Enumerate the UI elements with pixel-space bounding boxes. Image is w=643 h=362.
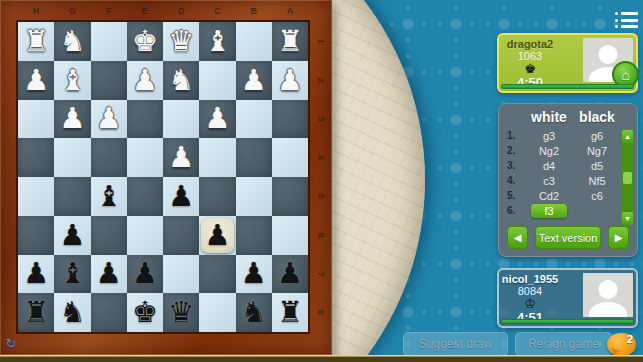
square-g5[interactable] bbox=[54, 177, 90, 216]
square-a8[interactable]: ♜ bbox=[272, 293, 308, 332]
square-h8[interactable]: ♜ bbox=[18, 293, 54, 332]
square-e7[interactable]: ♟ bbox=[127, 255, 163, 294]
white-knight: ♞ bbox=[168, 66, 194, 95]
black-knight: ♞ bbox=[241, 298, 267, 327]
move-number: 4. bbox=[499, 175, 525, 186]
square-g7[interactable]: ♝ bbox=[54, 255, 90, 294]
scrollbar-thumb[interactable] bbox=[623, 172, 632, 184]
square-b3[interactable] bbox=[236, 100, 272, 139]
square-b2[interactable]: ♟ bbox=[236, 61, 272, 100]
square-h3[interactable] bbox=[18, 100, 54, 139]
square-h7[interactable]: ♟ bbox=[18, 255, 54, 294]
square-e8[interactable]: ♚ bbox=[127, 293, 163, 332]
square-a1[interactable]: ♜ bbox=[272, 22, 308, 61]
square-a3[interactable] bbox=[272, 100, 308, 139]
white-king-icon: ♔ bbox=[524, 297, 536, 310]
file-label: B bbox=[236, 1, 272, 20]
move-black[interactable]: g6 bbox=[573, 130, 621, 142]
square-a7[interactable]: ♟ bbox=[272, 255, 308, 294]
square-b5[interactable] bbox=[236, 177, 272, 216]
file-label: F bbox=[91, 1, 127, 20]
move-row: 5.Cd2c6 bbox=[499, 188, 637, 203]
square-c8[interactable] bbox=[199, 293, 235, 332]
avatar bbox=[583, 273, 633, 317]
file-label: E bbox=[127, 1, 163, 20]
file-label: C bbox=[199, 1, 235, 20]
black-pawn: ♟ bbox=[204, 221, 230, 250]
move-list-scrollbar[interactable]: ▲ ▼ bbox=[622, 130, 633, 225]
square-d1[interactable]: ♛ bbox=[163, 22, 199, 61]
next-move-button[interactable]: ▶ bbox=[608, 226, 629, 249]
square-c2[interactable] bbox=[199, 61, 235, 100]
white-pawn: ♟ bbox=[241, 66, 267, 95]
square-f8[interactable] bbox=[91, 293, 127, 332]
avatar-head bbox=[599, 45, 618, 64]
move-white[interactable]: Cd2 bbox=[525, 190, 573, 202]
square-d6[interactable] bbox=[163, 216, 199, 255]
move-number: 1. bbox=[499, 130, 525, 141]
move-white[interactable]: Ng2 bbox=[525, 145, 573, 157]
white-pawn: ♟ bbox=[59, 104, 85, 133]
square-b4[interactable] bbox=[236, 138, 272, 177]
square-g8[interactable]: ♞ bbox=[54, 293, 90, 332]
move-number: 3. bbox=[499, 160, 525, 171]
move-black[interactable]: Nf5 bbox=[573, 175, 621, 187]
square-d2[interactable]: ♞ bbox=[163, 61, 199, 100]
square-c4[interactable] bbox=[199, 138, 235, 177]
square-e2[interactable]: ♟ bbox=[127, 61, 163, 100]
black-pawn: ♟ bbox=[277, 259, 303, 288]
menu-bar bbox=[615, 19, 638, 22]
square-e3[interactable] bbox=[127, 100, 163, 139]
move-white[interactable]: f3 bbox=[525, 204, 573, 218]
square-h5[interactable] bbox=[18, 177, 54, 216]
black-rook: ♜ bbox=[23, 298, 49, 327]
square-a4[interactable] bbox=[272, 138, 308, 177]
move-black[interactable]: Ng7 bbox=[573, 145, 621, 157]
move-list-header: white black bbox=[499, 109, 637, 125]
file-label: H bbox=[18, 1, 54, 20]
player-name: dragota2 bbox=[507, 38, 553, 50]
square-f4[interactable] bbox=[91, 138, 127, 177]
player-card-top: dragota2 1063 ♚ 4:50 ⌂ bbox=[497, 33, 638, 93]
text-version-button[interactable]: Text version bbox=[535, 226, 601, 249]
timer-bar bbox=[501, 84, 634, 89]
avatar-torso bbox=[589, 302, 627, 317]
square-c7[interactable] bbox=[199, 255, 235, 294]
chat-bubble-icon[interactable]: 2 bbox=[607, 333, 636, 356]
move-list-panel: white black 1.g3g62.Ng2Ng73.d4d54.c3Nf55… bbox=[498, 103, 638, 257]
black-pawn: ♟ bbox=[132, 259, 158, 288]
square-b1[interactable] bbox=[236, 22, 272, 61]
black-bishop: ♝ bbox=[59, 259, 85, 288]
square-d4[interactable]: ♟ bbox=[163, 138, 199, 177]
white-bishop: ♝ bbox=[204, 27, 230, 56]
square-f7[interactable]: ♟ bbox=[91, 255, 127, 294]
square-a5[interactable] bbox=[272, 177, 308, 216]
list-menu-icon[interactable] bbox=[615, 12, 638, 28]
square-h1[interactable]: ♜ bbox=[18, 22, 54, 61]
white-pawn: ♟ bbox=[132, 66, 158, 95]
resign-button[interactable]: Resign game bbox=[515, 332, 612, 356]
square-c6[interactable]: ♟ bbox=[199, 216, 235, 255]
player-card-bottom: nicol_1955 8084 ♔ 4:51 bbox=[497, 268, 638, 328]
square-c3[interactable]: ♟ bbox=[199, 100, 235, 139]
move-rows: 1.g3g62.Ng2Ng73.d4d54.c3Nf55.Cd2c66.f3 bbox=[499, 128, 637, 218]
white-pawn: ♟ bbox=[96, 104, 122, 133]
chess-board: HGFEDCBA 12345678 ♜♞♚♛♝♜♟♝♟♞♟♟♟♟♟♟♝♟♟♟♟♝… bbox=[0, 0, 332, 355]
square-f2[interactable] bbox=[91, 61, 127, 100]
prev-move-button[interactable]: ◀ bbox=[507, 226, 528, 249]
header-black: black bbox=[573, 109, 621, 125]
square-g2[interactable]: ♝ bbox=[54, 61, 90, 100]
file-label: A bbox=[272, 1, 308, 20]
black-bishop: ♝ bbox=[96, 182, 122, 211]
black-pawn: ♟ bbox=[241, 259, 267, 288]
square-e6[interactable] bbox=[127, 216, 163, 255]
white-pawn: ♟ bbox=[23, 66, 49, 95]
header-white: white bbox=[525, 109, 573, 125]
white-pawn: ♟ bbox=[204, 104, 230, 133]
square-g6[interactable]: ♟ bbox=[54, 216, 90, 255]
move-row: 1.g3g6 bbox=[499, 128, 637, 143]
move-row: 4.c3Nf5 bbox=[499, 173, 637, 188]
file-label: D bbox=[163, 1, 199, 20]
black-knight: ♞ bbox=[59, 298, 85, 327]
square-a2[interactable]: ♟ bbox=[272, 61, 308, 100]
square-c1[interactable]: ♝ bbox=[199, 22, 235, 61]
move-number: 2. bbox=[499, 145, 525, 156]
move-row: 6.f3 bbox=[499, 203, 637, 218]
square-f5[interactable]: ♝ bbox=[91, 177, 127, 216]
square-h6[interactable] bbox=[18, 216, 54, 255]
square-f6[interactable] bbox=[91, 216, 127, 255]
square-d5[interactable]: ♟ bbox=[163, 177, 199, 216]
timer-bar bbox=[501, 319, 634, 324]
black-pawn: ♟ bbox=[168, 182, 194, 211]
move-number: 5. bbox=[499, 190, 525, 201]
move-row: 3.d4d5 bbox=[499, 158, 637, 173]
square-d7[interactable] bbox=[163, 255, 199, 294]
move-navigation: ◀ Text version ▶ bbox=[507, 226, 629, 249]
move-white[interactable]: g3 bbox=[525, 130, 573, 142]
black-king-icon: ♚ bbox=[524, 62, 536, 75]
player-name: nicol_1955 bbox=[502, 273, 558, 285]
rank-labels: 12345678 bbox=[311, 22, 331, 332]
player-info: nicol_1955 8084 ♔ 4:51 bbox=[501, 272, 559, 317]
square-g4[interactable] bbox=[54, 138, 90, 177]
square-d8[interactable]: ♛ bbox=[163, 293, 199, 332]
square-c5[interactable] bbox=[199, 177, 235, 216]
scroll-down-icon[interactable]: ▼ bbox=[622, 212, 633, 225]
square-b8[interactable]: ♞ bbox=[236, 293, 272, 332]
white-knight: ♞ bbox=[59, 27, 85, 56]
player-info: dragota2 1063 ♚ 4:50 bbox=[501, 37, 559, 82]
move-number: 6. bbox=[499, 205, 525, 216]
square-e5[interactable] bbox=[127, 177, 163, 216]
current-move-chip[interactable]: f3 bbox=[531, 204, 566, 218]
board-squares: ♜♞♚♛♝♜♟♝♟♞♟♟♟♟♟♟♝♟♟♟♟♝♟♟♟♟♜♞♚♛♞♜ bbox=[16, 20, 310, 334]
square-h2[interactable]: ♟ bbox=[18, 61, 54, 100]
white-king: ♚ bbox=[132, 27, 158, 56]
black-pawn: ♟ bbox=[59, 221, 85, 250]
square-f3[interactable]: ♟ bbox=[91, 100, 127, 139]
white-queen: ♛ bbox=[168, 27, 194, 56]
black-rook: ♜ bbox=[277, 298, 303, 327]
menu-bar bbox=[615, 25, 638, 28]
flip-board-icon[interactable]: ↻ bbox=[3, 335, 19, 351]
square-g1[interactable]: ♞ bbox=[54, 22, 90, 61]
square-a6[interactable] bbox=[272, 216, 308, 255]
white-rook: ♜ bbox=[23, 27, 49, 56]
file-labels: HGFEDCBA bbox=[18, 1, 308, 20]
black-queen: ♛ bbox=[168, 298, 194, 327]
white-pawn: ♟ bbox=[277, 66, 303, 95]
bottom-strip bbox=[0, 355, 643, 362]
white-rook: ♜ bbox=[277, 27, 303, 56]
move-white[interactable]: c3 bbox=[525, 175, 573, 187]
move-black[interactable]: c6 bbox=[573, 190, 621, 202]
square-g3[interactable]: ♟ bbox=[54, 100, 90, 139]
square-d3[interactable] bbox=[163, 100, 199, 139]
move-black[interactable]: d5 bbox=[573, 160, 621, 172]
black-pawn: ♟ bbox=[23, 259, 49, 288]
black-pawn: ♟ bbox=[96, 259, 122, 288]
chat-badge: 2 bbox=[627, 333, 633, 345]
file-label: G bbox=[54, 1, 90, 20]
white-pawn: ♟ bbox=[168, 143, 194, 172]
square-e1[interactable]: ♚ bbox=[127, 22, 163, 61]
move-row: 2.Ng2Ng7 bbox=[499, 143, 637, 158]
square-b6[interactable] bbox=[236, 216, 272, 255]
black-king: ♚ bbox=[132, 298, 158, 327]
square-f1[interactable] bbox=[91, 22, 127, 61]
game-screen: HGFEDCBA 12345678 ♜♞♚♛♝♜♟♝♟♞♟♟♟♟♟♟♝♟♟♟♟♝… bbox=[0, 0, 643, 362]
menu-bar bbox=[615, 12, 638, 15]
square-b7[interactable]: ♟ bbox=[236, 255, 272, 294]
move-white[interactable]: d4 bbox=[525, 160, 573, 172]
white-bishop: ♝ bbox=[59, 66, 85, 95]
square-e4[interactable] bbox=[127, 138, 163, 177]
square-h4[interactable] bbox=[18, 138, 54, 177]
suggest-draw-button[interactable]: Suggest draw bbox=[403, 332, 508, 356]
avatar-head bbox=[599, 280, 618, 299]
scroll-up-icon[interactable]: ▲ bbox=[622, 130, 633, 143]
